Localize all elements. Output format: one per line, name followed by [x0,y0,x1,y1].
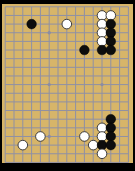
stone-black-R5 [106,123,116,133]
stone-black-R15 [106,37,116,47]
stone-white-J4 [36,132,46,142]
stone-white-Q16 [97,28,107,38]
stone-white-Q5 [97,123,107,133]
stone-black-O14 [80,45,90,55]
stone-white-P3 [88,140,98,150]
stone-white-Q18 [97,11,107,21]
star-point [48,135,51,138]
star-point [48,31,51,34]
stone-white-Q2 [97,149,107,159]
stone-white-G3 [18,140,28,150]
stone-white-O4 [80,132,90,142]
stone-white-Q17 [97,19,107,29]
stone-black-R3 [106,140,116,150]
go-diagram-frame [0,0,135,171]
stone-black-Q14 [97,45,107,55]
star-point [100,83,103,86]
stone-white-Q4 [97,132,107,142]
go-board[interactable] [2,4,133,163]
board-grid [2,4,133,163]
stone-black-R4 [106,132,116,142]
stone-black-R6 [106,114,116,124]
stone-black-Q3 [97,140,107,150]
stone-black-R14 [106,45,116,55]
stone-black-R16 [106,28,116,38]
stone-white-Q15 [97,37,107,47]
stone-black-H17 [27,19,37,29]
stone-white-R18 [106,11,116,21]
stone-white-M17 [62,19,72,29]
stone-black-R17 [106,19,116,29]
star-point [48,83,51,86]
